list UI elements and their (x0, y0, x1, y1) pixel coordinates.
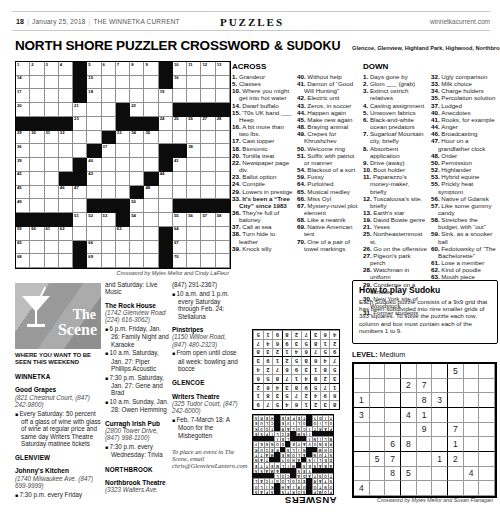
crossword-cell[interactable]: 45 (16, 186, 30, 200)
crossword-cell[interactable]: 8 (130, 62, 144, 76)
crossword-cell[interactable]: 48 (144, 186, 158, 200)
answer-cell: A (285, 426, 290, 431)
crossword-cell[interactable] (73, 131, 87, 145)
sudoku-empty-cell[interactable] (370, 423, 386, 438)
sudoku-empty-cell[interactable] (479, 364, 495, 379)
sudoku-empty-cell[interactable] (432, 437, 448, 452)
sudoku-given-cell[interactable]: 7 (385, 452, 401, 467)
crossword-cell[interactable] (130, 158, 144, 172)
sudoku-empty-cell[interactable] (432, 423, 448, 438)
crossword-cell[interactable]: 1 (16, 62, 30, 76)
crossword-cell[interactable] (187, 131, 201, 145)
crossword-cell[interactable]: 16 (173, 76, 187, 90)
sudoku-empty-cell[interactable] (385, 379, 401, 394)
crossword-cell[interactable] (187, 241, 201, 255)
crossword-cell[interactable] (201, 76, 215, 90)
crossword-cell[interactable] (59, 254, 73, 268)
crossword-cell[interactable]: 35 (144, 131, 158, 145)
crossword-cell[interactable]: 52 (87, 213, 101, 227)
crossword-cell[interactable] (45, 76, 59, 90)
crossword-cell[interactable] (30, 241, 44, 255)
crossword-cell[interactable] (30, 186, 44, 200)
crossword-black-cell (16, 213, 30, 227)
sudoku-empty-cell[interactable] (432, 467, 448, 482)
crossword-cell[interactable] (45, 172, 59, 186)
sudoku-empty-cell[interactable] (385, 393, 401, 408)
sudoku-empty-cell[interactable] (464, 393, 480, 408)
crossword-cell[interactable] (216, 241, 230, 255)
crossword-cell[interactable]: 33 (116, 131, 130, 145)
crossword-cell[interactable]: 64 (173, 227, 187, 241)
sudoku-empty-cell[interactable] (354, 467, 370, 482)
crossword-cell[interactable] (73, 144, 87, 158)
crossword-cell[interactable] (159, 131, 173, 145)
scene-venue-address: (325 Tudor Court, (847) 242-6000) (172, 400, 240, 415)
sudoku-empty-cell[interactable] (385, 364, 401, 379)
crossword-cell[interactable]: 21 (73, 103, 87, 117)
crossword-cell[interactable]: 2 (30, 62, 44, 76)
crossword-cell[interactable] (87, 227, 101, 241)
sudoku-empty-cell[interactable] (385, 481, 401, 496)
sudoku-empty-cell[interactable] (401, 452, 417, 467)
crossword-cell[interactable] (144, 241, 158, 255)
crossword-cell[interactable] (59, 241, 73, 255)
crossword-cell[interactable] (130, 144, 144, 158)
down-header: DOWN (363, 62, 388, 71)
sudoku-given-cell[interactable]: 2 (448, 452, 464, 467)
crossword-cell[interactable] (45, 158, 59, 172)
crossword-cell[interactable]: 15 (87, 76, 101, 90)
crossword-cell[interactable]: 10 (173, 62, 187, 76)
crossword-cell[interactable]: 51 (73, 213, 87, 227)
crossword-cell[interactable] (59, 144, 73, 158)
crossword-cell[interactable] (216, 89, 230, 103)
crossword-cell[interactable] (130, 172, 144, 186)
sudoku-empty-cell[interactable] (370, 379, 386, 394)
crossword-cell[interactable] (116, 241, 130, 255)
sudoku-empty-cell[interactable] (448, 481, 464, 496)
crossword-cell[interactable] (216, 186, 230, 200)
crossword-cell[interactable] (59, 76, 73, 90)
sudoku-empty-cell[interactable] (479, 437, 495, 452)
crossword-cell[interactable] (187, 186, 201, 200)
sudoku-empty-cell[interactable] (464, 364, 480, 379)
crossword-cell[interactable] (144, 227, 158, 241)
crossword-cell[interactable] (159, 103, 173, 117)
sudoku-empty-cell[interactable] (370, 437, 386, 452)
sudoku-answer-cell: 7 (282, 374, 292, 383)
website-link[interactable]: winnetkacurrent.com (430, 18, 490, 25)
sudoku-empty-cell[interactable] (417, 437, 433, 452)
crossword-cell[interactable]: 5 (87, 62, 101, 76)
crossword-cell[interactable] (45, 199, 59, 213)
crossword-puzzle-grid[interactable]: 1234567891011121314151617181920212223242… (15, 61, 231, 269)
crossword-cell[interactable] (173, 89, 187, 103)
crossword-cell[interactable]: 6 (102, 62, 116, 76)
crossword-cell[interactable] (130, 76, 144, 90)
crossword-cell[interactable]: 41 (173, 158, 187, 172)
sudoku-given-cell[interactable]: 4 (401, 408, 417, 423)
sudoku-empty-cell[interactable] (354, 379, 370, 394)
clue-item: 36. They're full of baloney (232, 209, 294, 223)
crossword-cell[interactable] (45, 254, 59, 268)
crossword-cell[interactable]: 66 (87, 241, 101, 255)
crossword-cell[interactable] (187, 158, 201, 172)
sudoku-given-cell[interactable]: 1 (354, 393, 370, 408)
crossword-cell[interactable]: 22 (130, 103, 144, 117)
sudoku-empty-cell[interactable] (401, 423, 417, 438)
crossword-cell[interactable] (201, 227, 215, 241)
crossword-cell[interactable] (59, 199, 73, 213)
answer-letter: E (270, 448, 274, 452)
crossword-cell[interactable] (144, 199, 158, 213)
sudoku-given-cell[interactable]: 7 (448, 423, 464, 438)
sudoku-given-cell[interactable]: 7 (417, 379, 433, 394)
crossword-cell[interactable] (216, 144, 230, 158)
sudoku-empty-cell[interactable] (464, 408, 480, 423)
sudoku-empty-cell[interactable] (479, 423, 495, 438)
crossword-cell[interactable] (30, 158, 44, 172)
crossword-cell[interactable] (201, 89, 215, 103)
crossword-cell[interactable] (159, 186, 173, 200)
crossword-cell[interactable] (116, 172, 130, 186)
sudoku-given-cell[interactable]: 3 (354, 408, 370, 423)
clue-item: 15. '70s UK band ___ Heep (232, 109, 294, 123)
crossword-cell[interactable]: 50 (130, 199, 144, 213)
clue-item: 2. Glom ___ (grab) (363, 80, 427, 87)
answer-cell (274, 420, 279, 425)
clue-number: 38 (188, 145, 193, 149)
answer-cell: S (312, 462, 317, 467)
crossword-cell[interactable] (73, 227, 87, 241)
sudoku-empty-cell[interactable] (370, 364, 386, 379)
crossword-cell[interactable] (73, 199, 87, 213)
sudoku-empty-cell[interactable] (432, 481, 448, 496)
sudoku-empty-cell[interactable] (464, 452, 480, 467)
answer-cell: L (274, 473, 279, 478)
crossword-cell[interactable]: 53 (102, 213, 116, 227)
crossword-cell[interactable] (45, 103, 59, 117)
crossword-black-cell (73, 254, 87, 268)
crossword-cell[interactable] (159, 213, 173, 227)
crossword-cell[interactable] (116, 254, 130, 268)
howto-text: Each Sudoku puzzle consists of a 9x9 gri… (359, 298, 491, 335)
crossword-cell[interactable] (130, 254, 144, 268)
crossword-cell[interactable]: 43 (87, 172, 101, 186)
sudoku-empty-cell[interactable] (370, 467, 386, 482)
sudoku-empty-cell[interactable] (417, 467, 433, 482)
crossword-cell[interactable]: 14 (16, 76, 30, 90)
crossword-cell[interactable]: 59 (16, 227, 30, 241)
crossword-cell[interactable] (159, 199, 173, 213)
sudoku-empty-cell[interactable] (401, 481, 417, 496)
crossword-cell[interactable] (30, 89, 44, 103)
crossword-cell[interactable] (87, 103, 101, 117)
sudoku-empty-cell[interactable] (432, 364, 448, 379)
sudoku-empty-cell[interactable] (354, 437, 370, 452)
crossword-cell[interactable]: 20 (16, 103, 30, 117)
crossword-cell[interactable] (102, 241, 116, 255)
crossword-cell[interactable] (102, 76, 116, 90)
sudoku-given-cell[interactable]: 4 (464, 467, 480, 482)
crossword-cell[interactable]: 36 (16, 144, 30, 158)
sudoku-given-cell[interactable]: 8 (385, 467, 401, 482)
answer-letter: E (307, 463, 311, 467)
sudoku-empty-cell[interactable] (370, 393, 386, 408)
crossword-cell[interactable] (173, 186, 187, 200)
crossword-cell[interactable] (59, 89, 73, 103)
answer-cell: S (258, 468, 263, 473)
crossword-black-cell (159, 158, 173, 172)
crossword-cell[interactable] (102, 172, 116, 186)
crossword-cell[interactable]: 19 (159, 89, 173, 103)
sudoku-empty-cell[interactable] (448, 393, 464, 408)
answer-cell: U (258, 420, 263, 425)
crossword-cell[interactable]: 37 (102, 144, 116, 158)
crossword-cell[interactable]: 3 (45, 62, 59, 76)
crossword-cell[interactable]: 70 (173, 254, 187, 268)
sudoku-empty-cell[interactable] (417, 481, 433, 496)
sudoku-given-cell[interactable]: 1 (448, 437, 464, 452)
crossword-cell[interactable]: 63 (116, 227, 130, 241)
sudoku-empty-cell[interactable] (464, 481, 480, 496)
sudoku-empty-cell[interactable] (370, 481, 386, 496)
crossword-cell[interactable] (173, 172, 187, 186)
sudoku-empty-cell[interactable] (479, 481, 495, 496)
crossword-cell[interactable] (116, 158, 130, 172)
crossword-cell[interactable]: 27 (201, 117, 215, 131)
crossword-cell[interactable] (87, 186, 101, 200)
sudoku-given-cell[interactable]: 8 (417, 393, 433, 408)
crossword-cell[interactable]: 44 (159, 172, 173, 186)
crossword-cell[interactable] (116, 186, 130, 200)
crossword-black-cell (87, 144, 101, 158)
crossword-cell[interactable] (59, 103, 73, 117)
crossword-cell[interactable]: 7 (116, 62, 130, 76)
scene-venue-name: Northbrook Theatre (105, 479, 170, 486)
sudoku-empty-cell[interactable] (417, 452, 433, 467)
answer-letter: N (323, 484, 327, 488)
crossword-cell[interactable] (216, 172, 230, 186)
crossword-cell[interactable] (187, 254, 201, 268)
sudoku-given-cell[interactable]: 1 (417, 408, 433, 423)
crossword-cell[interactable]: 69 (87, 254, 101, 268)
crossword-cell[interactable]: 26 (187, 117, 201, 131)
crossword-cell[interactable]: 42 (16, 172, 30, 186)
crossword-cell[interactable] (216, 76, 230, 90)
sudoku-empty-cell[interactable] (354, 364, 370, 379)
crossword-cell[interactable]: 57 (201, 213, 215, 227)
crossword-cell[interactable]: 24 (159, 117, 173, 131)
crossword-cell[interactable] (130, 241, 144, 255)
crossword-cell[interactable] (102, 254, 116, 268)
sudoku-empty-cell[interactable] (464, 423, 480, 438)
crossword-cell[interactable] (102, 117, 116, 131)
crossword-cell[interactable] (45, 186, 59, 200)
crossword-cell[interactable]: 61 (45, 227, 59, 241)
sudoku-given-cell[interactable]: 8 (401, 437, 417, 452)
answer-letter: S (270, 490, 274, 494)
crossword-cell[interactable] (144, 76, 158, 90)
crossword-cell[interactable]: 58 (216, 213, 230, 227)
crossword-cell[interactable]: 68 (16, 254, 30, 268)
crossword-cell[interactable] (201, 158, 215, 172)
crossword-cell[interactable] (30, 199, 44, 213)
sudoku-empty-cell[interactable] (479, 379, 495, 394)
crossword-cell[interactable] (201, 144, 215, 158)
sudoku-given-cell[interactable]: 2 (401, 379, 417, 394)
crossword-cell[interactable] (45, 89, 59, 103)
sudoku-empty-cell[interactable] (354, 452, 370, 467)
crossword-cell[interactable] (216, 158, 230, 172)
crossword-cell[interactable]: 39 (16, 158, 30, 172)
sudoku-empty-cell[interactable] (479, 393, 495, 408)
sudoku-empty-cell[interactable] (432, 379, 448, 394)
crossword-cell[interactable]: 60 (30, 227, 44, 241)
crossword-cell[interactable] (102, 186, 116, 200)
crossword-cell[interactable] (144, 144, 158, 158)
crossword-cell[interactable] (144, 89, 158, 103)
crossword-cell[interactable] (116, 89, 130, 103)
crossword-cell[interactable] (45, 144, 59, 158)
crossword-cell[interactable] (201, 241, 215, 255)
clue-number: 12 (202, 63, 207, 67)
crossword-cell[interactable] (201, 172, 215, 186)
sudoku-empty-cell[interactable] (479, 467, 495, 482)
crossword-cell[interactable] (87, 117, 101, 131)
crossword-cell[interactable] (116, 76, 130, 90)
crossword-cell[interactable]: 29 (16, 131, 30, 145)
sudoku-given-cell[interactable]: 5 (448, 364, 464, 379)
crossword-cell[interactable] (45, 241, 59, 255)
crossword-cell[interactable]: 65 (16, 241, 30, 255)
crossword-cell[interactable]: 4 (59, 62, 73, 76)
crossword-cell[interactable] (173, 131, 187, 145)
crossword-cell[interactable]: 9 (144, 62, 158, 76)
crossword-cell[interactable]: 32 (59, 131, 73, 145)
crossword-cell[interactable] (59, 158, 73, 172)
crossword-cell[interactable]: 62 (59, 227, 73, 241)
crossword-cell[interactable]: 40 (87, 158, 101, 172)
crossword-cell[interactable] (187, 172, 201, 186)
crossword-cell[interactable] (187, 227, 201, 241)
crossword-cell[interactable] (187, 76, 201, 90)
sudoku-empty-cell[interactable] (370, 408, 386, 423)
scene-event-item: ■ 10 a.m. Saturday, Jan. 27: Piper Phill… (105, 349, 170, 372)
crossword-cell[interactable]: 54 (130, 213, 144, 227)
sudoku-empty-cell[interactable] (464, 379, 480, 394)
sudoku-empty-cell[interactable] (354, 423, 370, 438)
sudoku-given-cell[interactable]: 5 (401, 467, 417, 482)
answer-cell: H (322, 447, 327, 452)
crossword-cell[interactable] (102, 158, 116, 172)
sudoku-empty-cell[interactable] (401, 364, 417, 379)
crossword-cell[interactable] (102, 103, 116, 117)
crossword-cell[interactable] (30, 103, 44, 117)
crossword-cell[interactable]: 13 (216, 62, 230, 76)
answer-cell: I (264, 483, 269, 488)
sudoku-puzzle-grid[interactable]: 5271833419768157128544 (352, 362, 497, 498)
crossword-cell[interactable]: 12 (201, 62, 215, 76)
clue-number: 5 (88, 63, 90, 67)
clue-item: 52. Highlander (431, 166, 497, 173)
sudoku-empty-cell[interactable] (464, 437, 480, 452)
crossword-cell[interactable] (102, 227, 116, 241)
clue-item: 56. Native of Gdansk (431, 195, 497, 202)
crossword-cell[interactable] (144, 254, 158, 268)
sudoku-empty-cell[interactable] (385, 423, 401, 438)
crossword-cell[interactable] (216, 227, 230, 241)
crossword-cell[interactable] (144, 213, 158, 227)
sudoku-empty-cell[interactable] (448, 408, 464, 423)
crossword-cell[interactable]: 46 (59, 186, 73, 200)
crossword-cell[interactable] (130, 89, 144, 103)
crossword-cell[interactable]: 17 (16, 89, 30, 103)
answer-letter: B (323, 463, 327, 467)
crossword-cell[interactable]: 30 (30, 131, 44, 145)
crossword-cell[interactable]: 55 (173, 213, 187, 227)
crossword-cell[interactable] (87, 131, 101, 145)
sudoku-given-cell[interactable]: 5 (370, 452, 386, 467)
crossword-cell[interactable]: 34 (130, 131, 144, 145)
crossword-cell[interactable] (30, 254, 44, 268)
crossword-cell[interactable] (30, 76, 44, 90)
crossword-cell[interactable] (144, 103, 158, 117)
crossword-cell[interactable] (144, 158, 158, 172)
crossword-cell[interactable]: 25 (173, 117, 187, 131)
crossword-cell[interactable] (102, 89, 116, 103)
sudoku-empty-cell[interactable] (401, 393, 417, 408)
sudoku-given-cell[interactable]: 3 (432, 393, 448, 408)
crossword-cell[interactable]: 18 (87, 89, 101, 103)
crossword-cell[interactable] (30, 172, 44, 186)
crossword-cell[interactable] (201, 131, 215, 145)
crossword-cell[interactable] (130, 227, 144, 241)
sudoku-empty-cell[interactable] (448, 379, 464, 394)
crossword-cell[interactable] (216, 131, 230, 145)
crossword-cell[interactable]: 11 (187, 62, 201, 76)
crossword-cell[interactable]: 56 (187, 213, 201, 227)
sudoku-empty-cell[interactable] (417, 364, 433, 379)
sudoku-given-cell[interactable]: 4 (354, 481, 370, 496)
crossword-cell[interactable] (216, 254, 230, 268)
answer-cell: M (274, 462, 279, 467)
clue-item: 37. Call at sea (232, 223, 294, 230)
sudoku-given-cell[interactable]: 9 (417, 423, 433, 438)
clue-number: 39 (17, 159, 22, 163)
crossword-cell[interactable]: 28 (216, 117, 230, 131)
crossword-cell[interactable]: 67 (173, 241, 187, 255)
sudoku-given-cell[interactable]: 1 (432, 452, 448, 467)
crossword-cell[interactable]: 38 (187, 144, 201, 158)
sudoku-empty-cell[interactable] (479, 408, 495, 423)
crossword-cell[interactable] (201, 254, 215, 268)
crossword-cell[interactable] (30, 144, 44, 158)
crossword-cell[interactable] (116, 144, 130, 158)
crossword-cell[interactable]: 31 (45, 131, 59, 145)
sudoku-empty-cell[interactable] (448, 467, 464, 482)
crossword-cell[interactable] (187, 89, 201, 103)
sudoku-empty-cell[interactable] (385, 408, 401, 423)
crossword-cell[interactable]: 47 (73, 186, 87, 200)
crossword-cell[interactable]: 49 (16, 199, 30, 213)
crossword-cell[interactable] (201, 186, 215, 200)
sudoku-empty-cell[interactable] (479, 452, 495, 467)
answer-cell: O (253, 483, 258, 488)
crossword-cell[interactable]: 23 (73, 117, 87, 131)
sudoku-given-cell[interactable]: 6 (385, 437, 401, 452)
sudoku-empty-cell[interactable] (432, 408, 448, 423)
